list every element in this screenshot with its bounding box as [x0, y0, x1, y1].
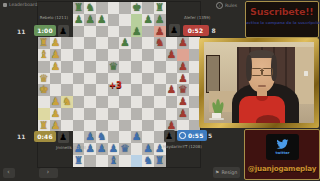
- subscribe-banner-subtitle: activa la campana de la suscripción: [246, 20, 318, 25]
- leaderboard-link[interactable]: Leaderboard: [3, 2, 37, 7]
- clock-green: 1:00: [34, 25, 56, 36]
- stream-screenshot: { "game": "4-player chess (free-for-all)…: [0, 0, 320, 180]
- board-cell[interactable]: [84, 37, 96, 49]
- board-cell[interactable]: [166, 61, 178, 73]
- board-cell[interactable]: [84, 155, 96, 167]
- board-cell[interactable]: [73, 96, 85, 108]
- board-cell[interactable]: [84, 84, 96, 96]
- chess-piece-red[interactable]: ♞: [154, 37, 166, 49]
- chess-piece-blue[interactable]: ♛: [119, 143, 131, 155]
- last-move-highlight: [38, 108, 50, 120]
- chess-piece-yellow[interactable]: ♝: [38, 49, 50, 61]
- info-icon: i: [216, 2, 223, 9]
- chess-piece-blue[interactable]: ♝: [108, 155, 120, 167]
- board-cell[interactable]: [142, 120, 154, 132]
- board-cell[interactable]: [142, 37, 154, 49]
- captured-pawn-icon-red: ♟: [169, 24, 180, 36]
- board-cell[interactable]: [73, 61, 85, 73]
- chess-piece-blue[interactable]: ♜: [73, 155, 85, 167]
- board-cell[interactable]: [73, 37, 85, 49]
- chess-piece-blue[interactable]: ♟: [96, 143, 108, 155]
- board-cell[interactable]: [131, 84, 143, 96]
- board-cell[interactable]: [119, 49, 131, 61]
- clock-yellow: 0:46: [34, 131, 56, 142]
- subscribe-banner: Suscribete!! activa la campana de la sus…: [245, 1, 319, 38]
- chess-piece-green[interactable]: ♜: [154, 2, 166, 14]
- chess-piece-blue[interactable]: ♟: [108, 143, 120, 155]
- glasses-icon: [251, 68, 272, 75]
- board-cell[interactable]: [108, 96, 120, 108]
- resign-button[interactable]: ⚑ Resign: [213, 167, 241, 178]
- board-cell[interactable]: [108, 49, 120, 61]
- collar: [256, 96, 267, 101]
- captured-pawn-icon-blue: ♟: [164, 130, 175, 142]
- board-cell[interactable]: [142, 96, 154, 108]
- board-cell[interactable]: [131, 108, 143, 120]
- red-tshirt: [239, 96, 286, 123]
- board-cell[interactable]: [96, 108, 108, 120]
- twitter-handle: @juanjogameplay: [245, 164, 319, 173]
- twitter-panel: twitter @juanjogameplay: [244, 129, 320, 181]
- streamer-person: [238, 48, 287, 123]
- board-cell[interactable]: [84, 61, 96, 73]
- chess-piece-yellow[interactable]: ♟: [50, 61, 62, 73]
- aloe-plant: [206, 92, 228, 120]
- move-prev-button[interactable]: ‹: [3, 168, 15, 178]
- score-red: 8: [212, 27, 216, 34]
- chess-piece-green[interactable]: ♟: [73, 14, 85, 26]
- board-cell[interactable]: [84, 26, 96, 38]
- board-cell[interactable]: [96, 73, 108, 85]
- board-cell[interactable]: [96, 155, 108, 167]
- board-cell[interactable]: [154, 84, 166, 96]
- chess-piece-red[interactable]: ♟: [177, 96, 189, 108]
- last-move-highlight: [131, 14, 143, 26]
- score-yellow: 11: [17, 133, 25, 140]
- board-cell[interactable]: [96, 61, 108, 73]
- board-cell[interactable]: [96, 2, 108, 14]
- leaderboard-label: Leaderboard: [9, 2, 37, 7]
- captured-pawn-icon-yellow: ♟: [58, 131, 69, 143]
- score-green: 11: [17, 28, 25, 35]
- board-cell[interactable]: [108, 14, 120, 26]
- hair: [249, 50, 274, 58]
- board-cell[interactable]: [108, 37, 120, 49]
- chess-piece-green[interactable]: ♜: [73, 2, 85, 14]
- chess-piece-yellow[interactable]: ♟: [50, 120, 62, 132]
- board-cell[interactable]: [131, 73, 143, 85]
- chess-piece-red[interactable]: ♟: [177, 108, 189, 120]
- chess-piece-yellow[interactable]: ♜: [38, 120, 50, 132]
- score-blue: 5: [208, 132, 212, 139]
- resign-flag-icon: ⚑: [215, 170, 219, 175]
- chess-piece-red[interactable]: ♟: [166, 84, 178, 96]
- rules-link[interactable]: i Rules: [216, 2, 237, 9]
- chess-piece-yellow[interactable]: ♞: [61, 96, 73, 108]
- board-cell[interactable]: [38, 61, 50, 73]
- webcam-video: [204, 42, 315, 123]
- board-cell[interactable]: [154, 73, 166, 85]
- board-cell[interactable]: [73, 108, 85, 120]
- board-cell[interactable]: [84, 73, 96, 85]
- board-cell[interactable]: [73, 73, 85, 85]
- mouth: [258, 85, 266, 86]
- board-cell[interactable]: [142, 84, 154, 96]
- chess-piece-green[interactable]: ♟: [142, 14, 154, 26]
- clock-blue: 0:55: [177, 130, 207, 141]
- player-name-red: Alefer (1359): [184, 15, 210, 20]
- board-cell[interactable]: [61, 73, 73, 85]
- chess-piece-green[interactable]: ♟: [96, 14, 108, 26]
- board-cell[interactable]: [108, 108, 120, 120]
- chess-piece-yellow[interactable]: ♚: [38, 84, 50, 96]
- chess-piece-green[interactable]: ♚: [131, 2, 143, 14]
- board-cell[interactable]: [119, 120, 131, 132]
- board-cell[interactable]: [154, 96, 166, 108]
- board-cell[interactable]: [73, 84, 85, 96]
- board-cell[interactable]: [84, 108, 96, 120]
- chess-piece-blue[interactable]: ♜: [154, 155, 166, 167]
- board-cell[interactable]: [131, 37, 143, 49]
- move-next-button[interactable]: ›: [39, 168, 58, 178]
- board-cell[interactable]: [131, 96, 143, 108]
- board-cell[interactable]: [84, 96, 96, 108]
- board-cell[interactable]: [119, 61, 131, 73]
- webcam-frame: [199, 38, 319, 128]
- board-cell[interactable]: [131, 143, 143, 155]
- chess-piece-green[interactable]: ♟: [131, 26, 143, 38]
- twitter-logo-box: twitter: [266, 134, 299, 160]
- board-cell[interactable]: [108, 26, 120, 38]
- chess-piece-red[interactable]: ♟: [177, 37, 189, 49]
- board-cell[interactable]: [61, 61, 73, 73]
- turn-indicator-icon: [179, 132, 186, 139]
- board-cell[interactable]: [142, 61, 154, 73]
- player-name-green: Rebelo (1211): [36, 15, 68, 20]
- board-cell[interactable]: [166, 96, 178, 108]
- chess-piece-blue[interactable]: ♞: [142, 155, 154, 167]
- board-cell[interactable]: [96, 84, 108, 96]
- board-cell[interactable]: [154, 61, 166, 73]
- player-name-yellow: Jminelik (1205): [56, 145, 86, 150]
- board-cell[interactable]: [154, 108, 166, 120]
- board-cell[interactable]: [73, 120, 85, 132]
- board-cell[interactable]: [38, 96, 50, 108]
- plant-saucer: [209, 118, 224, 120]
- subscribe-banner-title: Suscribete!!: [246, 6, 318, 17]
- chess-piece-red[interactable]: ♟: [166, 49, 178, 61]
- twitter-bird-icon: [276, 139, 289, 150]
- leaderboard-icon: [3, 3, 7, 7]
- chess-piece-green[interactable]: ♟: [154, 14, 166, 26]
- chess-piece-yellow[interactable]: ♟: [50, 49, 62, 61]
- board-cell[interactable]: [119, 2, 131, 14]
- board-cell[interactable]: [96, 37, 108, 49]
- board-cell[interactable]: [96, 26, 108, 38]
- board-cell[interactable]: [119, 155, 131, 167]
- board-cell[interactable]: [108, 120, 120, 132]
- chess-piece-yellow[interactable]: ♟: [50, 96, 62, 108]
- board-cell[interactable]: [142, 108, 154, 120]
- board-cell[interactable]: [119, 108, 131, 120]
- chess-piece-blue[interactable]: ♟: [142, 143, 154, 155]
- board-cell[interactable]: [142, 2, 154, 14]
- light-switch: [304, 71, 308, 76]
- last-move-highlight: [177, 49, 189, 61]
- rules-label: Rules: [225, 3, 237, 8]
- player-name-blue: HaydarimYT (1208): [163, 144, 202, 149]
- chess-piece-red[interactable]: ♟: [177, 61, 189, 73]
- board-cell[interactable]: [61, 120, 73, 132]
- board-cell[interactable]: [154, 49, 166, 61]
- chess-piece-green[interactable]: ♟: [84, 14, 96, 26]
- board-cell[interactable]: [73, 26, 85, 38]
- tshirt-logo: [256, 115, 280, 123]
- board-cell[interactable]: [119, 96, 131, 108]
- captured-pawn-icon-green: ♟: [58, 25, 69, 37]
- chess-piece-blue[interactable]: ♟: [131, 131, 143, 143]
- capture-points-popup: +3: [109, 80, 122, 90]
- board-cell[interactable]: [50, 73, 62, 85]
- picture-frame: [206, 55, 220, 93]
- board-cell[interactable]: [61, 49, 73, 61]
- board-cell[interactable]: [61, 37, 73, 49]
- clock-red: 0:52: [183, 25, 209, 36]
- board-cell[interactable]: [166, 108, 178, 120]
- chess-piece-green[interactable]: ♛: [108, 61, 120, 73]
- board-cell[interactable]: [142, 49, 154, 61]
- board-cell[interactable]: [73, 49, 85, 61]
- board-cell[interactable]: [96, 49, 108, 61]
- chess-piece-green[interactable]: ♟: [119, 37, 131, 49]
- twitter-wordmark: twitter: [276, 151, 290, 155]
- board-cell[interactable]: [131, 49, 143, 61]
- chess-piece-yellow[interactable]: ♟: [50, 108, 62, 120]
- board-cell[interactable]: [96, 96, 108, 108]
- board-cell[interactable]: [108, 2, 120, 14]
- last-move-highlight: [131, 155, 143, 167]
- board-cell[interactable]: [119, 14, 131, 26]
- board-cell[interactable]: [131, 61, 143, 73]
- board-cell[interactable]: [84, 49, 96, 61]
- board-cell[interactable]: [61, 108, 73, 120]
- chess-piece-green[interactable]: ♞: [84, 2, 96, 14]
- board-cell[interactable]: [142, 26, 154, 38]
- board-cell[interactable]: [142, 73, 154, 85]
